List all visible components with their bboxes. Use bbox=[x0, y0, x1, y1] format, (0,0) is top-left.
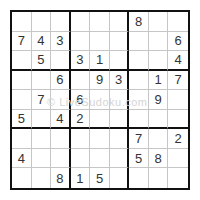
cell-r6c1[interactable]: 5 bbox=[12, 110, 32, 130]
cell-r2c5[interactable] bbox=[90, 32, 110, 52]
cell-r6c3[interactable]: 4 bbox=[51, 110, 71, 130]
cell-r8c5[interactable] bbox=[90, 149, 110, 169]
cell-r8c2[interactable] bbox=[32, 149, 52, 169]
cell-r7c1[interactable] bbox=[12, 129, 32, 149]
cell-r4c5[interactable]: 9 bbox=[90, 71, 110, 91]
cell-r1c6[interactable] bbox=[110, 12, 130, 32]
cell-r2c4[interactable] bbox=[71, 32, 91, 52]
cell-r8c6[interactable] bbox=[110, 149, 130, 169]
cell-r4c9[interactable]: 7 bbox=[168, 71, 188, 91]
cell-r8c3[interactable] bbox=[51, 149, 71, 169]
cell-r6c9[interactable] bbox=[168, 110, 188, 130]
cell-r1c7[interactable]: 8 bbox=[129, 12, 149, 32]
cell-r3c3[interactable] bbox=[51, 51, 71, 71]
cell-r9c8[interactable] bbox=[149, 168, 169, 188]
cell-r9c7[interactable] bbox=[129, 168, 149, 188]
cell-r5c9[interactable] bbox=[168, 90, 188, 110]
cell-r6c2[interactable] bbox=[32, 110, 52, 130]
cell-r5c5[interactable] bbox=[90, 90, 110, 110]
cell-r2c2[interactable]: 4 bbox=[32, 32, 52, 52]
cell-r9c3[interactable]: 8 bbox=[51, 168, 71, 188]
cell-r1c8[interactable] bbox=[149, 12, 169, 32]
sudoku-page: © LiveSudoku.com 87436531469317769542724… bbox=[0, 0, 200, 200]
cell-r1c4[interactable] bbox=[71, 12, 91, 32]
cell-r9c6[interactable] bbox=[110, 168, 130, 188]
cell-r4c7[interactable] bbox=[129, 71, 149, 91]
cell-r3c2[interactable]: 5 bbox=[32, 51, 52, 71]
cell-r4c1[interactable] bbox=[12, 71, 32, 91]
cell-r5c3[interactable] bbox=[51, 90, 71, 110]
cell-r1c1[interactable] bbox=[12, 12, 32, 32]
cell-r7c6[interactable] bbox=[110, 129, 130, 149]
cell-r7c8[interactable] bbox=[149, 129, 169, 149]
cell-r8c9[interactable] bbox=[168, 149, 188, 169]
cell-r3c8[interactable] bbox=[149, 51, 169, 71]
cell-r8c8[interactable]: 8 bbox=[149, 149, 169, 169]
cell-r9c9[interactable] bbox=[168, 168, 188, 188]
cell-r7c2[interactable] bbox=[32, 129, 52, 149]
cell-r2c8[interactable] bbox=[149, 32, 169, 52]
cell-r6c5[interactable] bbox=[90, 110, 110, 130]
cell-r6c6[interactable] bbox=[110, 110, 130, 130]
sudoku-board: © LiveSudoku.com 87436531469317769542724… bbox=[10, 10, 190, 190]
cell-r2c1[interactable]: 7 bbox=[12, 32, 32, 52]
cell-r3c7[interactable] bbox=[129, 51, 149, 71]
cell-r8c4[interactable] bbox=[71, 149, 91, 169]
cell-r6c4[interactable]: 2 bbox=[71, 110, 91, 130]
cell-r9c1[interactable] bbox=[12, 168, 32, 188]
cell-r7c5[interactable] bbox=[90, 129, 110, 149]
cell-r7c3[interactable] bbox=[51, 129, 71, 149]
cell-r9c4[interactable]: 1 bbox=[71, 168, 91, 188]
cell-r3c5[interactable]: 1 bbox=[90, 51, 110, 71]
cell-r4c4[interactable] bbox=[71, 71, 91, 91]
cell-r9c5[interactable]: 5 bbox=[90, 168, 110, 188]
cell-r1c9[interactable] bbox=[168, 12, 188, 32]
cell-r2c9[interactable]: 6 bbox=[168, 32, 188, 52]
cell-r1c5[interactable] bbox=[90, 12, 110, 32]
cell-r7c4[interactable] bbox=[71, 129, 91, 149]
cell-r5c4[interactable]: 6 bbox=[71, 90, 91, 110]
cell-r2c6[interactable] bbox=[110, 32, 130, 52]
cell-r5c1[interactable] bbox=[12, 90, 32, 110]
cell-r1c2[interactable] bbox=[32, 12, 52, 32]
cell-r4c2[interactable] bbox=[32, 71, 52, 91]
cell-r4c8[interactable]: 1 bbox=[149, 71, 169, 91]
cell-r5c7[interactable] bbox=[129, 90, 149, 110]
cell-r3c9[interactable]: 4 bbox=[168, 51, 188, 71]
cell-r2c3[interactable]: 3 bbox=[51, 32, 71, 52]
cell-r5c6[interactable] bbox=[110, 90, 130, 110]
cell-r3c4[interactable]: 3 bbox=[71, 51, 91, 71]
cell-r8c7[interactable]: 5 bbox=[129, 149, 149, 169]
cell-r8c1[interactable]: 4 bbox=[12, 149, 32, 169]
cell-r6c7[interactable] bbox=[129, 110, 149, 130]
cell-r2c7[interactable] bbox=[129, 32, 149, 52]
cell-r3c6[interactable] bbox=[110, 51, 130, 71]
cell-r5c8[interactable]: 9 bbox=[149, 90, 169, 110]
cell-r1c3[interactable] bbox=[51, 12, 71, 32]
cell-r3c1[interactable] bbox=[12, 51, 32, 71]
cell-r9c2[interactable] bbox=[32, 168, 52, 188]
cell-r7c7[interactable]: 7 bbox=[129, 129, 149, 149]
cell-r7c9[interactable]: 2 bbox=[168, 129, 188, 149]
cell-r5c2[interactable]: 7 bbox=[32, 90, 52, 110]
cell-r6c8[interactable] bbox=[149, 110, 169, 130]
cell-r4c6[interactable]: 3 bbox=[110, 71, 130, 91]
cell-r4c3[interactable]: 6 bbox=[51, 71, 71, 91]
